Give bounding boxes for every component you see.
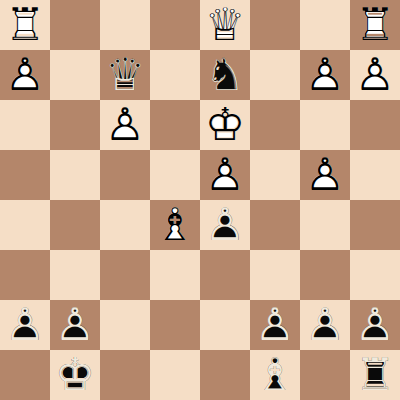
square-f4[interactable] — [250, 200, 300, 250]
square-e7[interactable]: ♞♘ — [200, 50, 250, 100]
square-h6[interactable] — [350, 100, 400, 150]
square-g8[interactable] — [300, 0, 350, 50]
piece-white-pawn[interactable]: ♟♙ — [300, 150, 350, 200]
square-a5[interactable] — [0, 150, 50, 200]
square-c2[interactable] — [100, 300, 150, 350]
black-rook-outline-glyph: ♖ — [350, 350, 400, 400]
piece-white-pawn[interactable]: ♟♙ — [0, 50, 50, 100]
square-b4[interactable] — [50, 200, 100, 250]
square-f6[interactable] — [250, 100, 300, 150]
piece-black-king[interactable]: ♚♔ — [50, 350, 100, 400]
black-bishop-outline-glyph: ♗ — [250, 350, 300, 400]
square-b6[interactable] — [50, 100, 100, 150]
square-e3[interactable] — [200, 250, 250, 300]
square-g5[interactable]: ♟♙ — [300, 150, 350, 200]
square-b2[interactable]: ♟♙ — [50, 300, 100, 350]
black-pawn-outline-glyph: ♙ — [200, 200, 250, 250]
piece-black-rook[interactable]: ♜♖ — [350, 350, 400, 400]
square-d1[interactable] — [150, 350, 200, 400]
square-e1[interactable] — [200, 350, 250, 400]
white-pawn-outline-glyph: ♙ — [0, 50, 50, 100]
square-h2[interactable]: ♟♙ — [350, 300, 400, 350]
square-f2[interactable]: ♟♙ — [250, 300, 300, 350]
square-c3[interactable] — [100, 250, 150, 300]
square-h4[interactable] — [350, 200, 400, 250]
square-a6[interactable] — [0, 100, 50, 150]
square-f5[interactable] — [250, 150, 300, 200]
square-g2[interactable]: ♟♙ — [300, 300, 350, 350]
piece-black-pawn[interactable]: ♟♙ — [0, 300, 50, 350]
black-pawn-outline-glyph: ♙ — [0, 300, 50, 350]
square-c6[interactable]: ♟♙ — [100, 100, 150, 150]
black-knight-outline-glyph: ♘ — [200, 50, 250, 100]
piece-black-pawn[interactable]: ♟♙ — [250, 300, 300, 350]
white-king-outline-glyph: ♔ — [200, 100, 250, 150]
piece-black-pawn[interactable]: ♟♙ — [200, 200, 250, 250]
square-g3[interactable] — [300, 250, 350, 300]
square-a2[interactable]: ♟♙ — [0, 300, 50, 350]
piece-black-knight[interactable]: ♞♘ — [200, 50, 250, 100]
square-g1[interactable] — [300, 350, 350, 400]
square-e8[interactable]: ♛♕ — [200, 0, 250, 50]
square-h3[interactable] — [350, 250, 400, 300]
square-b5[interactable] — [50, 150, 100, 200]
square-d7[interactable] — [150, 50, 200, 100]
piece-white-pawn[interactable]: ♟♙ — [200, 150, 250, 200]
square-b8[interactable] — [50, 0, 100, 50]
square-h5[interactable] — [350, 150, 400, 200]
square-h8[interactable]: ♜♖ — [350, 0, 400, 50]
white-pawn-outline-glyph: ♙ — [300, 50, 350, 100]
piece-white-pawn[interactable]: ♟♙ — [100, 100, 150, 150]
square-g7[interactable]: ♟♙ — [300, 50, 350, 100]
square-e5[interactable]: ♟♙ — [200, 150, 250, 200]
piece-white-pawn[interactable]: ♟♙ — [350, 50, 400, 100]
square-b3[interactable] — [50, 250, 100, 300]
black-pawn-outline-glyph: ♙ — [300, 300, 350, 350]
square-f8[interactable] — [250, 0, 300, 50]
square-g4[interactable] — [300, 200, 350, 250]
chessboard: ♜♖♛♕♜♖♟♙♛♕♞♘♟♙♟♙♟♙♚♔♟♙♟♙♝♗♟♙♟♙♟♙♟♙♟♙♟♙♚♔… — [0, 0, 400, 400]
black-pawn-outline-glyph: ♙ — [250, 300, 300, 350]
piece-white-rook[interactable]: ♜♖ — [350, 0, 400, 50]
square-f3[interactable] — [250, 250, 300, 300]
square-e4[interactable]: ♟♙ — [200, 200, 250, 250]
white-queen-outline-glyph: ♕ — [200, 0, 250, 50]
piece-white-queen[interactable]: ♛♕ — [200, 0, 250, 50]
white-pawn-outline-glyph: ♙ — [350, 50, 400, 100]
white-pawn-outline-glyph: ♙ — [200, 150, 250, 200]
piece-white-king[interactable]: ♚♔ — [200, 100, 250, 150]
white-pawn-outline-glyph: ♙ — [100, 100, 150, 150]
square-c5[interactable] — [100, 150, 150, 200]
square-c1[interactable] — [100, 350, 150, 400]
square-d8[interactable] — [150, 0, 200, 50]
square-c8[interactable] — [100, 0, 150, 50]
square-h7[interactable]: ♟♙ — [350, 50, 400, 100]
piece-black-queen[interactable]: ♛♕ — [100, 50, 150, 100]
square-h1[interactable]: ♜♖ — [350, 350, 400, 400]
piece-white-rook[interactable]: ♜♖ — [0, 0, 50, 50]
black-pawn-outline-glyph: ♙ — [50, 300, 100, 350]
square-e2[interactable] — [200, 300, 250, 350]
square-a8[interactable]: ♜♖ — [0, 0, 50, 50]
piece-white-bishop[interactable]: ♝♗ — [150, 200, 200, 250]
square-e6[interactable]: ♚♔ — [200, 100, 250, 150]
square-g6[interactable] — [300, 100, 350, 150]
square-a7[interactable]: ♟♙ — [0, 50, 50, 100]
white-pawn-outline-glyph: ♙ — [300, 150, 350, 200]
piece-black-bishop[interactable]: ♝♗ — [250, 350, 300, 400]
square-d4[interactable]: ♝♗ — [150, 200, 200, 250]
square-f7[interactable] — [250, 50, 300, 100]
square-d2[interactable] — [150, 300, 200, 350]
square-d6[interactable] — [150, 100, 200, 150]
board-wrap: ♜♖♛♕♜♖♟♙♛♕♞♘♟♙♟♙♟♙♚♔♟♙♟♙♝♗♟♙♟♙♟♙♟♙♟♙♟♙♚♔… — [0, 0, 400, 400]
square-d5[interactable] — [150, 150, 200, 200]
piece-white-pawn[interactable]: ♟♙ — [300, 50, 350, 100]
white-rook-outline-glyph: ♖ — [0, 0, 50, 50]
square-a4[interactable] — [0, 200, 50, 250]
square-b7[interactable] — [50, 50, 100, 100]
piece-black-pawn[interactable]: ♟♙ — [50, 300, 100, 350]
black-pawn-outline-glyph: ♙ — [350, 300, 400, 350]
square-b1[interactable]: ♚♔ — [50, 350, 100, 400]
square-c4[interactable] — [100, 200, 150, 250]
square-a3[interactable] — [0, 250, 50, 300]
black-king-outline-glyph: ♔ — [50, 350, 100, 400]
white-rook-outline-glyph: ♖ — [350, 0, 400, 50]
square-c7[interactable]: ♛♕ — [100, 50, 150, 100]
piece-black-pawn[interactable]: ♟♙ — [350, 300, 400, 350]
black-queen-outline-glyph: ♕ — [100, 50, 150, 100]
piece-black-pawn[interactable]: ♟♙ — [300, 300, 350, 350]
square-a1[interactable] — [0, 350, 50, 400]
square-d3[interactable] — [150, 250, 200, 300]
square-f1[interactable]: ♝♗ — [250, 350, 300, 400]
white-bishop-outline-glyph: ♗ — [150, 200, 200, 250]
